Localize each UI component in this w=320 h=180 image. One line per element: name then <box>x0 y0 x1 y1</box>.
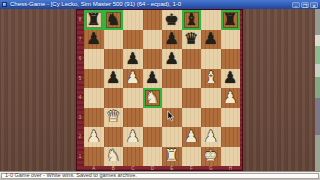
square-b1[interactable]: ♞ <box>104 147 124 167</box>
square-g3[interactable] <box>201 108 221 128</box>
piece-white-knight[interactable]: ♞ <box>106 148 120 164</box>
square-g5[interactable]: ♝ <box>201 69 221 89</box>
square-e5[interactable] <box>162 69 182 89</box>
chess-board[interactable]: ♜♞♚♝♜♟♟♛♟♟♟♟♟♟♝♟♞♟♛♟♟♟♟♞♜♚ <box>84 10 240 166</box>
rank-label-4: 4 <box>76 88 84 108</box>
square-f5[interactable] <box>182 69 202 89</box>
square-c7[interactable] <box>123 30 143 50</box>
square-c5[interactable]: ♟ <box>123 69 143 89</box>
piece-white-rook[interactable]: ♜ <box>165 148 179 164</box>
square-a5[interactable] <box>84 69 104 89</box>
piece-black-knight[interactable]: ♞ <box>106 11 120 27</box>
square-e1[interactable]: ♜ <box>162 147 182 167</box>
square-g8[interactable] <box>201 10 221 30</box>
square-h6[interactable] <box>221 49 241 69</box>
square-d6[interactable] <box>143 49 163 69</box>
square-f4[interactable] <box>182 88 202 108</box>
close-button[interactable]: ✕ <box>310 2 318 8</box>
piece-black-bishop[interactable]: ♝ <box>184 11 198 27</box>
square-h5[interactable]: ♟ <box>221 69 241 89</box>
square-a1[interactable] <box>84 147 104 167</box>
window-title: Chess-Game - [Cy Lecko, Sim Master 500 (… <box>10 0 292 9</box>
piece-white-pawn[interactable]: ♟ <box>184 128 198 144</box>
rank-label-1: 1 <box>76 147 84 167</box>
square-d2[interactable] <box>143 127 163 147</box>
square-d8[interactable] <box>143 10 163 30</box>
square-h4[interactable]: ♟ <box>221 88 241 108</box>
square-e8[interactable]: ♚ <box>162 10 182 30</box>
square-c6[interactable]: ♟ <box>123 49 143 69</box>
piece-white-knight[interactable]: ♞ <box>145 89 159 105</box>
square-g1[interactable]: ♚ <box>201 147 221 167</box>
square-g4[interactable] <box>201 88 221 108</box>
piece-black-king[interactable]: ♚ <box>165 11 179 27</box>
status-bar: 1-0 Game over - White wins. Saved to gam… <box>0 171 320 180</box>
piece-black-pawn[interactable]: ♟ <box>87 31 101 47</box>
square-f3[interactable] <box>182 108 202 128</box>
piece-black-pawn[interactable]: ♟ <box>126 50 140 66</box>
piece-white-pawn[interactable]: ♟ <box>126 70 140 86</box>
piece-black-pawn[interactable]: ♟ <box>204 31 218 47</box>
chess-app-window: Chess-Game - [Cy Lecko, Sim Master 500 (… <box>0 0 320 180</box>
piece-white-pawn[interactable]: ♟ <box>204 128 218 144</box>
background-window-sliver <box>315 9 320 171</box>
maximize-button[interactable]: ❐ <box>301 2 309 8</box>
piece-black-rook[interactable]: ♜ <box>87 11 101 27</box>
piece-white-queen[interactable]: ♛ <box>106 109 120 125</box>
square-h1[interactable] <box>221 147 241 167</box>
piece-black-pawn[interactable]: ♟ <box>223 70 237 86</box>
minimize-button[interactable]: – <box>292 2 300 8</box>
square-d7[interactable] <box>143 30 163 50</box>
square-c3[interactable] <box>123 108 143 128</box>
square-a4[interactable] <box>84 88 104 108</box>
square-h3[interactable] <box>221 108 241 128</box>
rank-label-8: 8 <box>76 10 84 30</box>
piece-white-pawn[interactable]: ♟ <box>223 89 237 105</box>
square-b3[interactable]: ♛ <box>104 108 124 128</box>
square-a8[interactable]: ♜ <box>84 10 104 30</box>
square-f6[interactable] <box>182 49 202 69</box>
square-a2[interactable]: ♟ <box>84 127 104 147</box>
piece-black-pawn[interactable]: ♟ <box>106 70 120 86</box>
square-d3[interactable] <box>143 108 163 128</box>
square-f8[interactable]: ♝ <box>182 10 202 30</box>
piece-black-pawn[interactable]: ♟ <box>165 31 179 47</box>
square-f2[interactable]: ♟ <box>182 127 202 147</box>
square-d5[interactable]: ♟ <box>143 69 163 89</box>
rank-label-6: 6 <box>76 49 84 69</box>
app-icon <box>2 2 7 7</box>
square-b2[interactable] <box>104 127 124 147</box>
piece-black-rook[interactable]: ♜ <box>223 11 237 27</box>
square-b8[interactable]: ♞ <box>104 10 124 30</box>
square-b5[interactable]: ♟ <box>104 69 124 89</box>
square-a7[interactable]: ♟ <box>84 30 104 50</box>
square-e6[interactable]: ♟ <box>162 49 182 69</box>
piece-white-pawn[interactable]: ♟ <box>87 128 101 144</box>
square-c1[interactable] <box>123 147 143 167</box>
square-h7[interactable] <box>221 30 241 50</box>
square-b4[interactable] <box>104 88 124 108</box>
square-f1[interactable] <box>182 147 202 167</box>
square-c4[interactable] <box>123 88 143 108</box>
square-c8[interactable] <box>123 10 143 30</box>
square-g7[interactable]: ♟ <box>201 30 221 50</box>
piece-white-bishop[interactable]: ♝ <box>204 70 218 86</box>
square-d4[interactable]: ♞ <box>143 88 163 108</box>
square-b6[interactable] <box>104 49 124 69</box>
square-f7[interactable]: ♛ <box>182 30 202 50</box>
square-e4[interactable] <box>162 88 182 108</box>
mouse-cursor-icon <box>167 108 174 119</box>
rank-label-2: 2 <box>76 127 84 147</box>
piece-black-queen[interactable]: ♛ <box>184 31 198 47</box>
square-g2[interactable]: ♟ <box>201 127 221 147</box>
piece-white-pawn[interactable]: ♟ <box>126 128 140 144</box>
square-d1[interactable] <box>143 147 163 167</box>
rank-label-3: 3 <box>76 108 84 128</box>
status-field: 1-0 Game over - White wins. Saved to gam… <box>1 173 319 179</box>
title-bar: Chess-Game - [Cy Lecko, Sim Master 500 (… <box>0 0 320 9</box>
square-c2[interactable]: ♟ <box>123 127 143 147</box>
square-h8[interactable]: ♜ <box>221 10 241 30</box>
square-a6[interactable] <box>84 49 104 69</box>
status-text: 1-0 Game over - White wins. Saved to gam… <box>5 173 137 178</box>
square-e2[interactable] <box>162 127 182 147</box>
rank-label-7: 7 <box>76 30 84 50</box>
rank-labels: 87654321 <box>76 10 84 166</box>
piece-white-king[interactable]: ♚ <box>204 148 218 164</box>
square-g6[interactable] <box>201 49 221 69</box>
piece-black-pawn[interactable]: ♟ <box>165 50 179 66</box>
square-a3[interactable] <box>84 108 104 128</box>
square-b7[interactable] <box>104 30 124 50</box>
rank-label-5: 5 <box>76 69 84 89</box>
piece-black-pawn[interactable]: ♟ <box>145 70 159 86</box>
square-e7[interactable]: ♟ <box>162 30 182 50</box>
square-h2[interactable] <box>221 127 241 147</box>
window-controls: – ❐ ✕ <box>292 2 318 8</box>
